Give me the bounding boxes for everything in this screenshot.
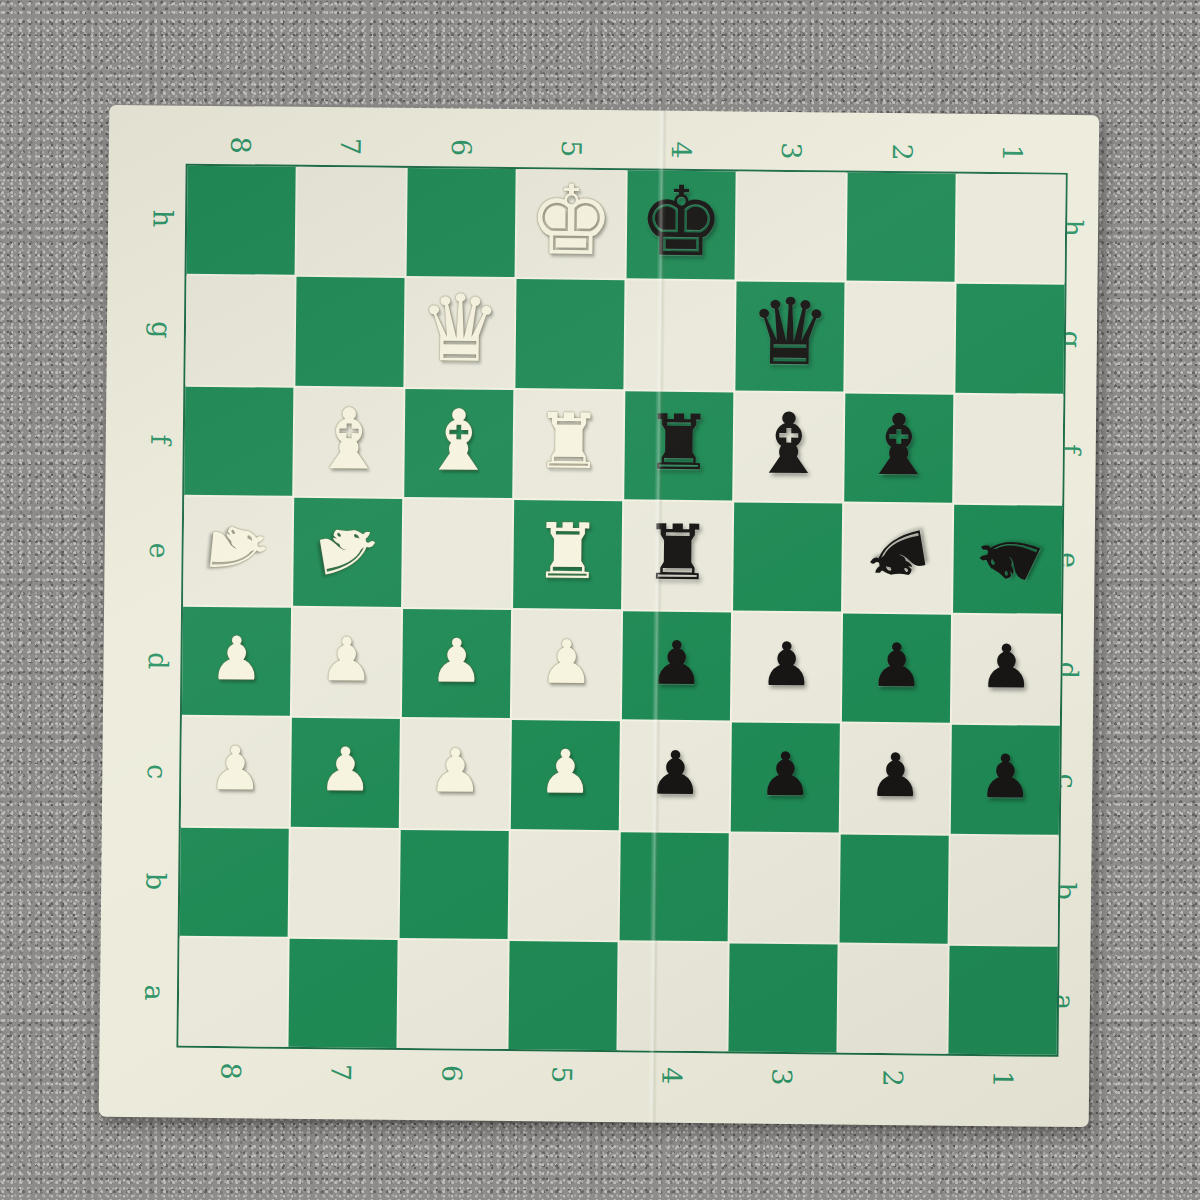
square-a1[interactable] <box>948 945 1057 1054</box>
square-d4[interactable]: ♟ <box>622 611 731 720</box>
square-b8[interactable] <box>180 827 289 936</box>
piece-white-knight-e8[interactable]: ♞ <box>179 489 297 607</box>
piece-black-rook-f4[interactable]: ♜ <box>624 388 733 497</box>
square-e1[interactable]: ♞ <box>953 504 1062 613</box>
piece-black-knight-e2[interactable]: ♞ <box>835 493 959 617</box>
piece-white-pawn-d6[interactable]: ♟ <box>402 606 511 715</box>
square-f6[interactable]: ♝ <box>404 388 513 497</box>
rank-labels-bottom: 87654321 <box>176 1054 1058 1097</box>
square-g6[interactable]: ♛ <box>405 278 514 387</box>
square-b3[interactable] <box>730 833 839 942</box>
piece-white-knight-e7[interactable]: ♞ <box>285 487 409 611</box>
square-a5[interactable] <box>508 941 617 1050</box>
square-f7[interactable]: ♝ <box>294 387 403 496</box>
square-c3[interactable]: ♟ <box>731 723 840 832</box>
piece-black-pawn-c1[interactable]: ♟ <box>951 722 1060 831</box>
square-d1[interactable]: ♟ <box>952 615 1061 724</box>
square-d3[interactable]: ♟ <box>732 612 841 721</box>
square-f5[interactable]: ♜ <box>514 390 623 499</box>
square-d8[interactable]: ♟ <box>182 607 291 716</box>
square-e3[interactable] <box>733 502 842 611</box>
square-e8[interactable]: ♞ <box>183 496 292 605</box>
square-d7[interactable]: ♟ <box>292 608 401 717</box>
square-h4[interactable]: ♚ <box>627 170 736 279</box>
piece-white-queen-g6[interactable]: ♛ <box>405 275 514 384</box>
piece-black-pawn-d1[interactable]: ♟ <box>952 612 1061 721</box>
square-a2[interactable] <box>838 944 947 1053</box>
square-b2[interactable] <box>840 834 949 943</box>
square-c6[interactable]: ♟ <box>401 719 510 828</box>
square-b1[interactable] <box>950 835 1059 944</box>
square-b7[interactable] <box>290 828 399 937</box>
piece-white-king-h5[interactable]: ♚ <box>517 166 626 275</box>
square-c4[interactable]: ♟ <box>621 721 730 830</box>
square-c2[interactable]: ♟ <box>841 724 950 833</box>
piece-white-pawn-d8[interactable]: ♟ <box>182 604 291 713</box>
file-labels-left: hgfedcba <box>137 163 180 1047</box>
square-e4[interactable]: ♜ <box>623 501 732 610</box>
square-g1[interactable] <box>955 284 1064 393</box>
square-a7[interactable] <box>288 939 397 1048</box>
piece-black-pawn-c4[interactable]: ♟ <box>621 718 730 827</box>
square-e5[interactable]: ♜ <box>513 500 622 609</box>
piece-black-rook-e4[interactable]: ♜ <box>623 498 732 607</box>
piece-black-pawn-c3[interactable]: ♟ <box>731 720 840 829</box>
square-d2[interactable]: ♟ <box>842 614 951 723</box>
square-a6[interactable] <box>398 940 507 1049</box>
square-h3[interactable] <box>737 171 846 280</box>
piece-black-pawn-d2[interactable]: ♟ <box>842 611 951 720</box>
piece-black-pawn-c2[interactable]: ♟ <box>841 721 950 830</box>
square-g8[interactable] <box>185 276 294 385</box>
square-c1[interactable]: ♟ <box>951 725 1060 834</box>
square-b5[interactable] <box>510 831 619 940</box>
piece-black-king-h4[interactable]: ♚ <box>627 167 736 276</box>
piece-white-pawn-c8[interactable]: ♟ <box>181 714 290 823</box>
square-h2[interactable] <box>847 173 956 282</box>
square-g4[interactable] <box>625 281 734 390</box>
square-c7[interactable]: ♟ <box>291 718 400 827</box>
square-e2[interactable]: ♞ <box>843 503 952 612</box>
square-h8[interactable] <box>187 166 296 275</box>
piece-white-rook-e5[interactable]: ♜ <box>513 497 622 606</box>
square-f4[interactable]: ♜ <box>624 391 733 500</box>
carpet-background: 87654321 87654321 hgfedcba hgfedcba ♚♚♛♛… <box>0 0 1200 1200</box>
piece-white-bishop-f6[interactable]: ♝ <box>404 385 513 494</box>
piece-black-pawn-d4[interactable]: ♟ <box>622 608 731 717</box>
piece-white-pawn-c6[interactable]: ♟ <box>401 716 510 825</box>
piece-black-pawn-d3[interactable]: ♟ <box>732 609 841 718</box>
square-c8[interactable]: ♟ <box>181 717 290 826</box>
piece-white-pawn-c5[interactable]: ♟ <box>511 717 620 826</box>
square-b6[interactable] <box>400 829 509 938</box>
piece-white-pawn-c7[interactable]: ♟ <box>291 715 400 824</box>
square-g7[interactable] <box>295 277 404 386</box>
square-g5[interactable] <box>515 279 624 388</box>
square-h7[interactable] <box>297 167 406 276</box>
square-f8[interactable] <box>184 386 293 495</box>
piece-black-queen-g3[interactable]: ♛ <box>735 279 844 388</box>
piece-black-bishop-f2[interactable]: ♝ <box>844 390 953 499</box>
square-f2[interactable]: ♝ <box>844 393 953 502</box>
piece-black-bishop-f3[interactable]: ♝ <box>734 389 843 498</box>
square-b4[interactable] <box>620 832 729 941</box>
square-c5[interactable]: ♟ <box>511 720 620 829</box>
piece-white-pawn-d7[interactable]: ♟ <box>292 605 401 714</box>
square-h5[interactable]: ♚ <box>517 169 626 278</box>
square-d6[interactable]: ♟ <box>402 609 511 718</box>
square-h1[interactable] <box>957 174 1066 283</box>
square-h6[interactable] <box>407 168 516 277</box>
square-e7[interactable]: ♞ <box>293 498 402 607</box>
square-d5[interactable]: ♟ <box>512 610 621 719</box>
square-f1[interactable] <box>954 394 1063 503</box>
piece-white-bishop-f7[interactable]: ♝ <box>294 384 403 493</box>
piece-white-pawn-d5[interactable]: ♟ <box>512 607 621 716</box>
square-a8[interactable] <box>178 937 287 1046</box>
square-g2[interactable] <box>845 283 954 392</box>
chess-board: ♚♚♛♛♝♝♜♜♝♝♞♞♜♜♞♞♟♟♟♟♟♟♟♟♟♟♟♟♟♟♟♟ <box>176 164 1067 1057</box>
square-a4[interactable] <box>618 942 727 1051</box>
piece-white-rook-f5[interactable]: ♜ <box>514 387 623 496</box>
piece-black-knight-e1[interactable]: ♞ <box>936 484 1080 628</box>
square-e6[interactable] <box>403 499 512 608</box>
vinyl-chess-mat: 87654321 87654321 hgfedcba hgfedcba ♚♚♛♛… <box>99 105 1100 1127</box>
square-f3[interactable]: ♝ <box>734 392 843 501</box>
square-g3[interactable]: ♛ <box>735 282 844 391</box>
square-a3[interactable] <box>728 943 837 1052</box>
